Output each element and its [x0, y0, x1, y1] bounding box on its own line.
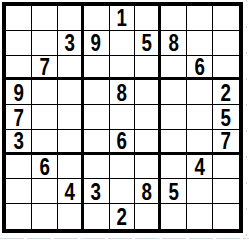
sudoku-given-digit: 5: [169, 179, 179, 203]
sudoku-given-digit: 9: [91, 31, 101, 55]
sudoku-given-digit: 5: [142, 31, 152, 55]
sudoku-cell-r2c2[interactable]: [32, 31, 58, 56]
sudoku-board: 1395876982753676443852: [2, 2, 243, 233]
sudoku-cell-r3c3[interactable]: [58, 56, 84, 81]
sudoku-cell-r1c9[interactable]: [213, 6, 239, 31]
sudoku-cell-r9c1[interactable]: [6, 204, 32, 229]
sudoku-cell-r3c1[interactable]: [6, 56, 32, 81]
sudoku-given-digit: 8: [142, 179, 152, 203]
sudoku-cell-r4c8[interactable]: [187, 80, 213, 105]
sudoku-cell-r5c8[interactable]: [187, 105, 213, 130]
sudoku-cell-r5c3[interactable]: [58, 105, 84, 130]
sudoku-cell-r9c4[interactable]: [84, 204, 110, 229]
sudoku-cell-r3c7[interactable]: [161, 56, 187, 81]
sudoku-cell-r8c6[interactable]: 8: [135, 179, 161, 204]
sudoku-cell-r7c7[interactable]: [161, 155, 187, 180]
sudoku-given-digit: 8: [117, 80, 127, 104]
sudoku-cell-r8c8[interactable]: [187, 179, 213, 204]
sudoku-cell-r5c9[interactable]: 5: [213, 105, 239, 130]
sudoku-cell-r9c2[interactable]: [32, 204, 58, 229]
sudoku-cell-r1c8[interactable]: [187, 6, 213, 31]
sudoku-cell-r4c7[interactable]: [161, 80, 187, 105]
sudoku-cell-r2c8[interactable]: [187, 31, 213, 56]
sudoku-cell-r9c8[interactable]: [187, 204, 213, 229]
sudoku-cell-r2c7[interactable]: 8: [161, 31, 187, 56]
sudoku-given-digit: 3: [64, 31, 74, 55]
sudoku-cell-r1c5[interactable]: 1: [110, 6, 136, 31]
sudoku-cell-r5c1[interactable]: 7: [6, 105, 32, 130]
sudoku-cell-r2c9[interactable]: [213, 31, 239, 56]
sudoku-cell-r1c7[interactable]: [161, 6, 187, 31]
sudoku-given-digit: 3: [13, 130, 23, 153]
sudoku-cell-r6c2[interactable]: [32, 130, 58, 155]
sudoku-cell-r8c3[interactable]: 4: [58, 179, 84, 204]
sudoku-cell-r4c1[interactable]: 9: [6, 80, 32, 105]
sudoku-cell-r7c5[interactable]: [110, 155, 136, 180]
sudoku-cell-r2c4[interactable]: 9: [84, 31, 110, 56]
spreadsheet-gridline-bottom: [0, 238, 249, 239]
sudoku-cell-r1c3[interactable]: [58, 6, 84, 31]
sudoku-given-digit: 8: [169, 31, 179, 55]
sudoku-cell-r9c3[interactable]: [58, 204, 84, 229]
sudoku-cell-r9c5[interactable]: 2: [110, 204, 136, 229]
sudoku-cell-r3c6[interactable]: [135, 56, 161, 81]
sudoku-cell-r5c6[interactable]: [135, 105, 161, 130]
sudoku-cell-r7c9[interactable]: [213, 155, 239, 180]
sudoku-cell-r2c6[interactable]: 5: [135, 31, 161, 56]
sudoku-given-digit: 7: [13, 105, 23, 129]
sudoku-cell-r4c2[interactable]: [32, 80, 58, 105]
sudoku-cell-r7c4[interactable]: [84, 155, 110, 180]
sudoku-cell-r4c3[interactable]: [58, 80, 84, 105]
sudoku-cell-r6c9[interactable]: 7: [213, 130, 239, 155]
sudoku-cell-r5c7[interactable]: [161, 105, 187, 130]
sudoku-cell-r5c5[interactable]: [110, 105, 136, 130]
sudoku-given-digit: 3: [91, 179, 101, 203]
sudoku-cell-r7c8[interactable]: 4: [187, 155, 213, 180]
sudoku-cell-r7c6[interactable]: [135, 155, 161, 180]
sudoku-given-digit: 7: [39, 56, 49, 79]
sudoku-cell-r4c4[interactable]: [84, 80, 110, 105]
sudoku-cell-r9c9[interactable]: [213, 204, 239, 229]
sudoku-given-digit: 1: [117, 6, 127, 30]
sudoku-given-digit: 4: [194, 155, 204, 179]
sudoku-given-digit: 2: [117, 204, 127, 229]
sudoku-cell-r1c4[interactable]: [84, 6, 110, 31]
spreadsheet-gridline-right: [246, 0, 247, 240]
sudoku-cell-r2c5[interactable]: [110, 31, 136, 56]
sudoku-cell-r6c6[interactable]: [135, 130, 161, 155]
sudoku-cell-r4c6[interactable]: [135, 80, 161, 105]
sudoku-cell-r9c6[interactable]: [135, 204, 161, 229]
sudoku-given-digit: 5: [221, 105, 231, 129]
sudoku-cell-r8c1[interactable]: [6, 179, 32, 204]
sudoku-cell-r3c8[interactable]: 6: [187, 56, 213, 81]
sudoku-cell-r7c1[interactable]: [6, 155, 32, 180]
sudoku-given-digit: 6: [39, 155, 49, 179]
sudoku-cell-r5c2[interactable]: [32, 105, 58, 130]
sudoku-cell-r8c2[interactable]: [32, 179, 58, 204]
sudoku-cell-r6c5[interactable]: 6: [110, 130, 136, 155]
sudoku-cell-r7c3[interactable]: [58, 155, 84, 180]
sudoku-cell-r1c6[interactable]: [135, 6, 161, 31]
sudoku-cell-r8c4[interactable]: 3: [84, 179, 110, 204]
sudoku-cell-r8c7[interactable]: 5: [161, 179, 187, 204]
sudoku-given-digit: 7: [221, 130, 231, 153]
sudoku-cell-r8c5[interactable]: [110, 179, 136, 204]
sudoku-given-digit: 6: [194, 56, 204, 79]
sudoku-cell-r2c1[interactable]: [6, 31, 32, 56]
sudoku-cell-r2c3[interactable]: 3: [58, 31, 84, 56]
sudoku-cell-r1c2[interactable]: [32, 6, 58, 31]
sudoku-cell-r3c4[interactable]: [84, 56, 110, 81]
sudoku-cell-r9c7[interactable]: [161, 204, 187, 229]
sudoku-cell-r6c3[interactable]: [58, 130, 84, 155]
sudoku-cell-r6c1[interactable]: 3: [6, 130, 32, 155]
sudoku-cell-r3c2[interactable]: 7: [32, 56, 58, 81]
sudoku-given-digit: 6: [117, 130, 127, 153]
sudoku-given-digit: 9: [13, 80, 23, 104]
sudoku-cell-r3c5[interactable]: [110, 56, 136, 81]
sudoku-cell-r3c9[interactable]: [213, 56, 239, 81]
sudoku-cell-r5c4[interactable]: [84, 105, 110, 130]
sudoku-cell-r6c4[interactable]: [84, 130, 110, 155]
sudoku-given-digit: 4: [64, 179, 74, 203]
sudoku-cell-r8c9[interactable]: [213, 179, 239, 204]
sudoku-cell-r4c5[interactable]: 8: [110, 80, 136, 105]
sudoku-cell-r4c9[interactable]: 2: [213, 80, 239, 105]
sudoku-given-digit: 2: [221, 80, 231, 104]
sudoku-cell-r6c7[interactable]: [161, 130, 187, 155]
sudoku-cell-r1c1[interactable]: [6, 6, 32, 31]
sudoku-cell-r7c2[interactable]: 6: [32, 155, 58, 180]
sudoku-cell-r6c8[interactable]: [187, 130, 213, 155]
